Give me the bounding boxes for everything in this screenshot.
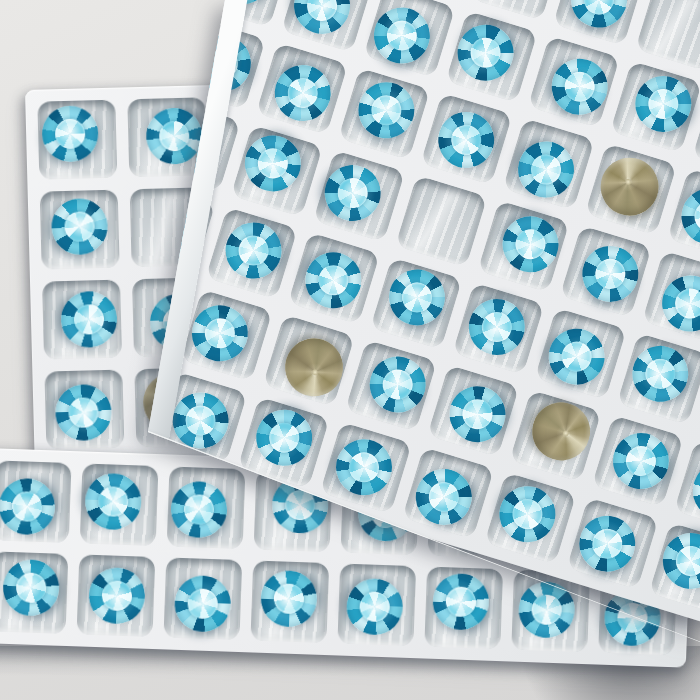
aqua-crystal-stone [82,352,160,430]
aqua-crystal-stone [319,159,386,226]
tray-cell [503,118,595,210]
aqua-crystal-stone [181,295,258,372]
tray-cell [237,397,329,489]
tray-cell [617,333,700,425]
tray-cell-empty [395,175,487,267]
aqua-crystal-stone [602,422,679,499]
tray-cell [370,257,462,349]
aqua-crystal-stone [447,14,524,91]
aqua-crystal-stone [295,242,371,318]
aqua-crystal-stone [575,511,640,576]
tray-cell [649,522,700,614]
aqua-crystal-stone [674,181,700,252]
aqua-crystal-stone [652,522,700,601]
aqua-crystal-stone [494,208,566,280]
tray-cell [484,472,576,564]
top-rotated-tray [58,0,700,655]
tray-cell [345,339,437,431]
aqua-crystal-stone [327,431,400,504]
tray-cell [281,0,373,53]
aqua-crystal-stone [561,0,637,38]
aqua-crystal-stone [545,52,615,122]
tray-cell [445,10,537,102]
top-tray-shadow-wrapper [0,0,700,700]
tray-cell [263,314,355,406]
tray-cell [528,36,620,128]
tray-cell [320,422,412,514]
tray-cell [256,42,348,134]
aqua-crystal-stone [247,400,322,475]
tray-cell [566,497,658,589]
aqua-crystal-stone [432,106,501,175]
gold-flipped-stone [525,396,597,468]
aqua-crystal-stone [689,459,700,522]
tray-cell [553,0,645,46]
aqua-crystal-stone [361,348,435,422]
aqua-crystal-stone [574,238,646,310]
tray-cell [313,150,405,242]
tray-cell [402,447,494,539]
tray-cell [180,289,272,381]
aqua-crystal-stone [489,476,566,553]
tray-cell [231,125,323,217]
tray-cell [667,168,700,260]
aqua-crystal-stone [221,218,287,284]
tray-cell-empty [635,0,700,71]
top-tray-clip-region [0,0,700,700]
tray-cell [477,200,569,292]
aqua-crystal-stone [509,132,584,207]
aqua-crystal-stone [486,0,552,3]
aqua-crystal-stone [283,0,362,45]
aqua-crystal-stone [348,71,426,149]
aqua-crystal-stone [108,272,172,336]
aqua-crystal-stone [539,319,614,394]
aqua-crystal-stone [234,124,312,202]
aqua-crystal-stone [381,262,452,333]
tray-cell [452,282,544,374]
aqua-crystal-stone [272,62,334,124]
tray-cell [610,61,700,153]
aqua-crystal-stone [652,265,700,341]
tray-cell [534,308,626,400]
tray-cell [585,143,677,235]
gold-flipped-stone [278,331,350,403]
aqua-crystal-stone [370,3,434,67]
tray-cell [642,250,700,342]
tray-cell [420,93,512,185]
tray-cell [560,225,652,317]
aqua-crystal-stone [440,377,514,451]
aqua-crystal-stone [626,67,700,141]
tray-cell [427,365,519,457]
aqua-crystal-stone [409,462,480,533]
gold-flipped-stone [592,149,668,225]
tray-cell [206,207,298,299]
tray-cell [509,390,601,482]
photo-of-rhinestone-trays [0,0,700,700]
aqua-crystal-stone [460,291,533,364]
tray-cell [288,232,380,324]
tray-cell [592,415,684,507]
aqua-crystal-stone [626,340,694,408]
tray-cell [338,68,430,160]
tray-cell [363,0,455,78]
